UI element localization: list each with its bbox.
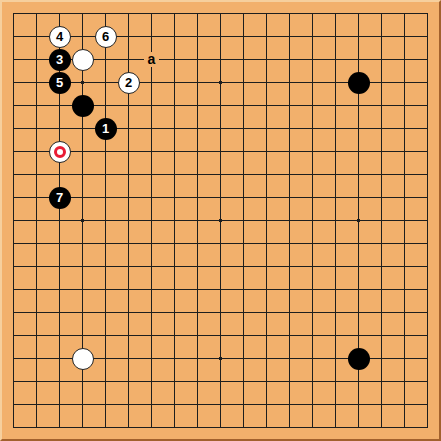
move-number: 6 (102, 30, 109, 43)
stone-black-C11[interactable]: 7 (48, 186, 71, 209)
go-board[interactable]: 4635217a (0, 0, 441, 441)
stone-white-C18[interactable]: 4 (48, 25, 71, 48)
stone-white-D17[interactable] (71, 48, 94, 71)
stone-black-Q16[interactable] (347, 71, 370, 94)
stone-black-E14[interactable]: 1 (94, 117, 117, 140)
star-point-dot (219, 357, 222, 360)
white-stone: 6 (95, 26, 117, 48)
white-stone (72, 49, 94, 71)
white-stone (72, 348, 94, 370)
stone-black-C16[interactable]: 5 (48, 71, 71, 94)
white-stone (49, 141, 71, 163)
board-items-layer: 4635217a (2, 2, 439, 439)
stone-black-D15[interactable] (71, 94, 94, 117)
black-stone (348, 348, 370, 370)
star-point-Q10 (347, 209, 370, 232)
star-point-K10 (209, 209, 232, 232)
move-number: 7 (56, 191, 63, 204)
move-number: 4 (56, 30, 63, 43)
black-stone: 1 (95, 118, 117, 140)
star-point-K4 (209, 347, 232, 370)
move-number: 5 (56, 76, 63, 89)
star-point-dot (81, 219, 84, 222)
stone-black-Q4[interactable] (347, 347, 370, 370)
stone-white-C13[interactable] (48, 140, 71, 163)
stone-white-E18[interactable]: 6 (94, 25, 117, 48)
point-label-text: a (144, 52, 159, 67)
stone-white-D4[interactable] (71, 347, 94, 370)
red-circle-marker-icon (54, 146, 66, 158)
move-number: 2 (125, 76, 132, 89)
star-point-D10 (71, 209, 94, 232)
star-point-K16 (209, 71, 232, 94)
white-stone: 2 (118, 72, 140, 94)
white-stone: 4 (49, 26, 71, 48)
star-point-dot (219, 219, 222, 222)
star-point-dot (81, 81, 84, 84)
stone-black-C17[interactable]: 3 (48, 48, 71, 71)
star-point-dot (219, 81, 222, 84)
stone-white-F16[interactable]: 2 (117, 71, 140, 94)
black-stone: 5 (49, 72, 71, 94)
star-point-D16 (71, 71, 94, 94)
point-label-a: a (140, 48, 163, 71)
black-stone (348, 72, 370, 94)
move-number: 1 (102, 122, 109, 135)
move-number: 3 (56, 53, 63, 66)
star-point-dot (357, 219, 360, 222)
black-stone: 7 (49, 187, 71, 209)
black-stone: 3 (49, 49, 71, 71)
black-stone (72, 95, 94, 117)
